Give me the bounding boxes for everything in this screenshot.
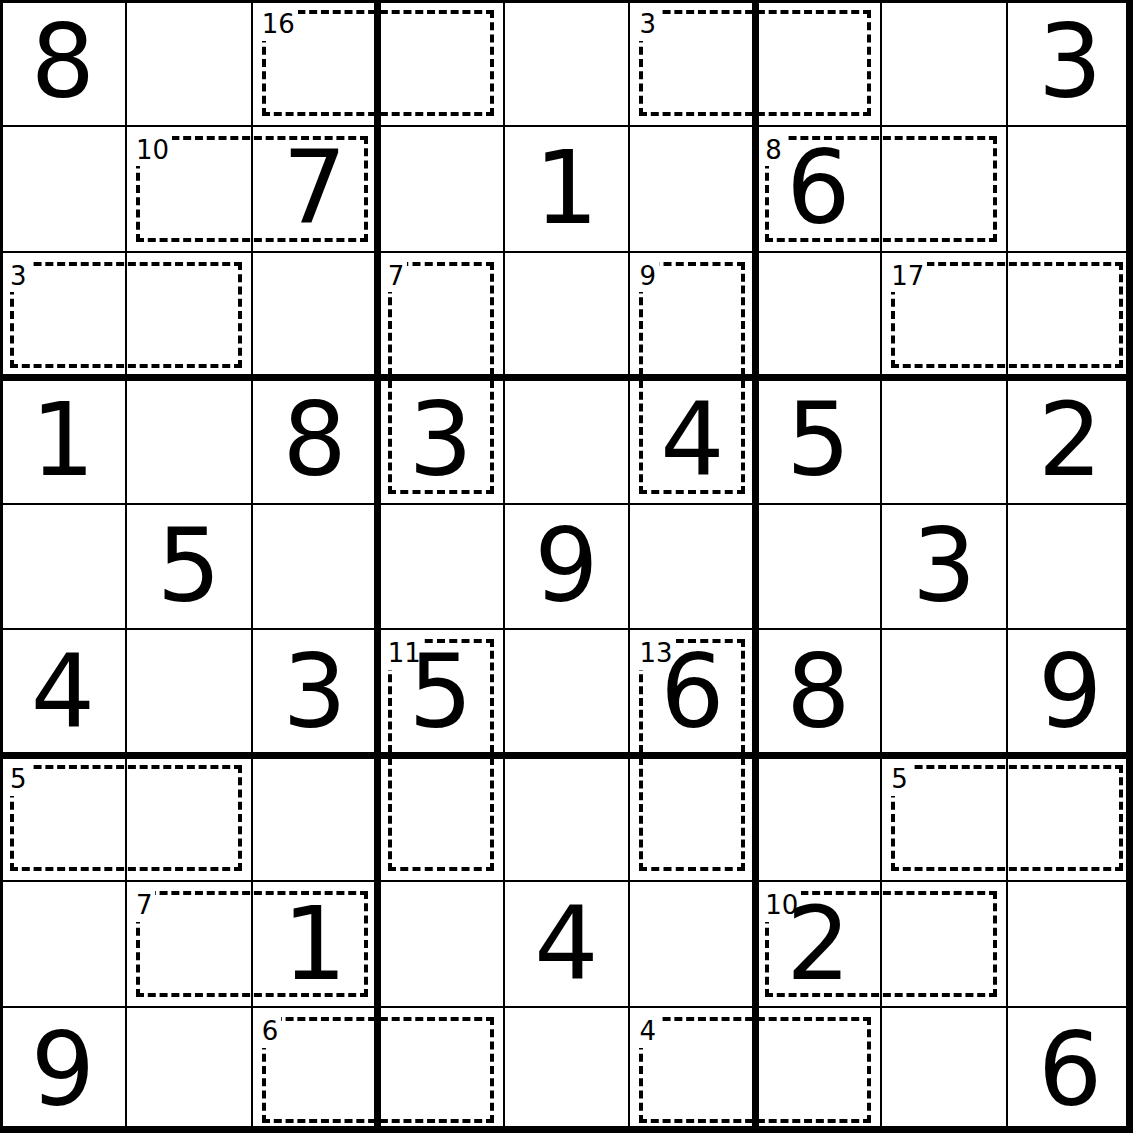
cell-r3c3[interactable] <box>252 252 378 378</box>
given-digit: 8 <box>283 390 347 491</box>
given-digit: 6 <box>660 642 724 743</box>
cell-r2c4[interactable] <box>378 126 504 252</box>
cell-r7c1[interactable] <box>0 755 126 881</box>
cell-r7c3[interactable] <box>252 755 378 881</box>
cell-r9c4[interactable] <box>378 1007 504 1133</box>
cell-r8c6[interactable] <box>629 881 755 1007</box>
cell-r4c3[interactable]: 8 <box>252 378 378 504</box>
cell-r3c7[interactable] <box>755 252 881 378</box>
cell-r2c9[interactable] <box>1007 126 1133 252</box>
given-digit: 3 <box>1038 12 1102 113</box>
given-digit: 3 <box>283 642 347 743</box>
cell-r5c1[interactable] <box>0 504 126 630</box>
cell-r4c2[interactable] <box>126 378 252 504</box>
cell-r9c1[interactable]: 9 <box>0 1007 126 1133</box>
cell-r5c8[interactable]: 3 <box>881 504 1007 630</box>
cell-r8c5[interactable]: 4 <box>504 881 630 1007</box>
cell-r3c9[interactable] <box>1007 252 1133 378</box>
given-digit: 1 <box>534 138 598 239</box>
given-digit: 7 <box>283 138 347 239</box>
cell-r6c8[interactable] <box>881 629 1007 755</box>
cell-r8c3[interactable]: 1 <box>252 881 378 1007</box>
given-digit: 8 <box>786 642 850 743</box>
cell-r7c9[interactable] <box>1007 755 1133 881</box>
cell-r6c1[interactable]: 4 <box>0 629 126 755</box>
cell-r6c4[interactable]: 5 <box>378 629 504 755</box>
cell-r3c4[interactable] <box>378 252 504 378</box>
cell-r7c6[interactable] <box>629 755 755 881</box>
given-digit: 8 <box>31 12 95 113</box>
cell-r2c3[interactable]: 7 <box>252 126 378 252</box>
cell-r1c8[interactable] <box>881 0 1007 126</box>
cell-r7c4[interactable] <box>378 755 504 881</box>
cell-r1c9[interactable]: 3 <box>1007 0 1133 126</box>
given-digit: 6 <box>1038 1020 1102 1121</box>
cell-r4c1[interactable]: 1 <box>0 378 126 504</box>
cell-r7c7[interactable] <box>755 755 881 881</box>
given-digit: 4 <box>31 642 95 743</box>
cell-r9c6[interactable] <box>629 1007 755 1133</box>
given-digit: 2 <box>1038 390 1102 491</box>
cell-r7c5[interactable] <box>504 755 630 881</box>
cell-r2c1[interactable] <box>0 126 126 252</box>
cell-r8c4[interactable] <box>378 881 504 1007</box>
cell-r9c9[interactable]: 6 <box>1007 1007 1133 1133</box>
cell-r2c6[interactable] <box>629 126 755 252</box>
cell-r4c9[interactable]: 2 <box>1007 378 1133 504</box>
cell-r6c6[interactable]: 6 <box>629 629 755 755</box>
cell-r4c6[interactable]: 4 <box>629 378 755 504</box>
given-digit: 5 <box>408 642 472 743</box>
cell-r5c5[interactable]: 9 <box>504 504 630 630</box>
given-digit: 3 <box>408 390 472 491</box>
cell-r9c2[interactable] <box>126 1007 252 1133</box>
cell-r3c6[interactable] <box>629 252 755 378</box>
cell-r4c8[interactable] <box>881 378 1007 504</box>
given-digit: 2 <box>786 894 850 995</box>
cell-r3c8[interactable] <box>881 252 1007 378</box>
cell-r6c9[interactable]: 9 <box>1007 629 1133 755</box>
cell-r1c4[interactable] <box>378 0 504 126</box>
cell-r4c5[interactable] <box>504 378 630 504</box>
given-digit: 9 <box>534 516 598 617</box>
cells-layer: 8371618345259343568914296 <box>3 3 1126 1126</box>
cell-r4c4[interactable]: 3 <box>378 378 504 504</box>
cell-r1c3[interactable] <box>252 0 378 126</box>
cell-r1c5[interactable] <box>504 0 630 126</box>
cell-r6c3[interactable]: 3 <box>252 629 378 755</box>
cell-r5c4[interactable] <box>378 504 504 630</box>
cell-r5c6[interactable] <box>629 504 755 630</box>
cell-r5c9[interactable] <box>1007 504 1133 630</box>
cell-r1c7[interactable] <box>755 0 881 126</box>
cell-r7c2[interactable] <box>126 755 252 881</box>
cell-r5c3[interactable] <box>252 504 378 630</box>
cell-r2c5[interactable]: 1 <box>504 126 630 252</box>
cell-r9c3[interactable] <box>252 1007 378 1133</box>
given-digit: 9 <box>1038 642 1102 743</box>
cell-r9c7[interactable] <box>755 1007 881 1133</box>
cell-r1c1[interactable]: 8 <box>0 0 126 126</box>
given-digit: 1 <box>31 390 95 491</box>
cell-r2c7[interactable]: 6 <box>755 126 881 252</box>
given-digit: 6 <box>786 138 850 239</box>
given-digit: 5 <box>786 390 850 491</box>
cell-r8c1[interactable] <box>0 881 126 1007</box>
cell-r1c6[interactable] <box>629 0 755 126</box>
cell-r6c2[interactable] <box>126 629 252 755</box>
cell-r2c2[interactable] <box>126 126 252 252</box>
cell-r8c9[interactable] <box>1007 881 1133 1007</box>
cell-r8c8[interactable] <box>881 881 1007 1007</box>
killer-sudoku-board: 1631083791711135571064 83716183452593435… <box>0 0 1133 1133</box>
cell-r9c8[interactable] <box>881 1007 1007 1133</box>
given-digit: 3 <box>912 516 976 617</box>
cell-r9c5[interactable] <box>504 1007 630 1133</box>
cell-r8c2[interactable] <box>126 881 252 1007</box>
given-digit: 4 <box>660 390 724 491</box>
cell-r5c7[interactable] <box>755 504 881 630</box>
given-digit: 9 <box>31 1020 95 1121</box>
cell-r7c8[interactable] <box>881 755 1007 881</box>
cell-r3c5[interactable] <box>504 252 630 378</box>
cell-r6c5[interactable] <box>504 629 630 755</box>
cell-r1c2[interactable] <box>126 0 252 126</box>
cell-r3c2[interactable] <box>126 252 252 378</box>
given-digit: 5 <box>157 516 221 617</box>
cell-r8c7[interactable]: 2 <box>755 881 881 1007</box>
cell-r2c8[interactable] <box>881 126 1007 252</box>
given-digit: 4 <box>534 894 598 995</box>
cell-r3c1[interactable] <box>0 252 126 378</box>
cell-r4c7[interactable]: 5 <box>755 378 881 504</box>
cell-r6c7[interactable]: 8 <box>755 629 881 755</box>
cell-r5c2[interactable]: 5 <box>126 504 252 630</box>
given-digit: 1 <box>283 894 347 995</box>
